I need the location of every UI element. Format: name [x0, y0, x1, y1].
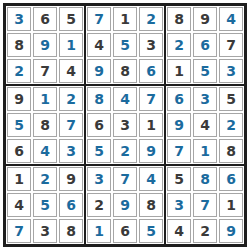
sudoku-cell-r9c9[interactable]: 9: [219, 219, 243, 243]
sudoku-cell-r2c3[interactable]: 1: [59, 33, 83, 57]
sudoku-cell-r1c7[interactable]: 8: [167, 7, 191, 31]
sudoku-cell-r1c4[interactable]: 7: [87, 7, 111, 31]
sudoku-cell-r4c1[interactable]: 9: [7, 87, 31, 111]
sudoku-cell-r7c7[interactable]: 5: [167, 167, 191, 191]
sudoku-cell-r5c7[interactable]: 9: [167, 113, 191, 137]
sudoku-cell-r1c6[interactable]: 2: [139, 7, 163, 31]
sudoku-cell-r3c8[interactable]: 5: [193, 59, 217, 83]
sudoku-cell-r1c8[interactable]: 9: [193, 7, 217, 31]
sudoku-cell-r9c7[interactable]: 4: [167, 219, 191, 243]
sudoku-cell-r2c6[interactable]: 3: [139, 33, 163, 57]
sudoku-cell-r7c1[interactable]: 1: [7, 167, 31, 191]
sudoku-cell-r9c3[interactable]: 8: [59, 219, 83, 243]
sudoku-cell-r8c3[interactable]: 6: [59, 193, 83, 217]
sudoku-cell-r7c6[interactable]: 4: [139, 167, 163, 191]
sudoku-cell-r6c2[interactable]: 4: [33, 139, 57, 163]
sudoku-cell-r2c9[interactable]: 7: [219, 33, 243, 57]
sudoku-cell-r9c1[interactable]: 7: [7, 219, 31, 243]
sudoku-cell-r1c1[interactable]: 3: [7, 7, 31, 31]
sudoku-cell-r7c9[interactable]: 6: [219, 167, 243, 191]
sudoku-cell-r1c9[interactable]: 4: [219, 7, 243, 31]
sudoku-board: 3658912747124539868942671539125876438476…: [3, 3, 247, 247]
sudoku-cell-r3c7[interactable]: 1: [167, 59, 191, 83]
sudoku-box-7: 129456738: [5, 165, 85, 245]
sudoku-cell-r3c2[interactable]: 7: [33, 59, 57, 83]
sudoku-cell-r4c7[interactable]: 6: [167, 87, 191, 111]
sudoku-box-9: 586371429: [165, 165, 245, 245]
sudoku-cell-r6c4[interactable]: 5: [87, 139, 111, 163]
sudoku-cell-r7c2[interactable]: 2: [33, 167, 57, 191]
sudoku-cell-r8c1[interactable]: 4: [7, 193, 31, 217]
sudoku-cell-r8c2[interactable]: 5: [33, 193, 57, 217]
sudoku-cell-r3c3[interactable]: 4: [59, 59, 83, 83]
sudoku-cell-r6c6[interactable]: 9: [139, 139, 163, 163]
sudoku-box-6: 635942718: [165, 85, 245, 165]
sudoku-cell-r6c5[interactable]: 2: [113, 139, 137, 163]
sudoku-cell-r3c5[interactable]: 8: [113, 59, 137, 83]
sudoku-cell-r2c4[interactable]: 4: [87, 33, 111, 57]
sudoku-cell-r9c4[interactable]: 1: [87, 219, 111, 243]
sudoku-cell-r7c8[interactable]: 8: [193, 167, 217, 191]
sudoku-cell-r2c7[interactable]: 2: [167, 33, 191, 57]
sudoku-cell-r3c1[interactable]: 2: [7, 59, 31, 83]
sudoku-cell-r5c2[interactable]: 8: [33, 113, 57, 137]
sudoku-cell-r8c6[interactable]: 8: [139, 193, 163, 217]
sudoku-cell-r5c4[interactable]: 6: [87, 113, 111, 137]
sudoku-cell-r2c5[interactable]: 5: [113, 33, 137, 57]
sudoku-cell-r4c9[interactable]: 5: [219, 87, 243, 111]
sudoku-cell-r5c5[interactable]: 3: [113, 113, 137, 137]
sudoku-cell-r2c8[interactable]: 6: [193, 33, 217, 57]
sudoku-cell-r9c6[interactable]: 5: [139, 219, 163, 243]
sudoku-cell-r9c8[interactable]: 2: [193, 219, 217, 243]
sudoku-cell-r2c2[interactable]: 9: [33, 33, 57, 57]
sudoku-cell-r6c8[interactable]: 1: [193, 139, 217, 163]
sudoku-cell-r9c5[interactable]: 6: [113, 219, 137, 243]
sudoku-cell-r2c1[interactable]: 8: [7, 33, 31, 57]
sudoku-cell-r8c4[interactable]: 2: [87, 193, 111, 217]
sudoku-cell-r5c3[interactable]: 7: [59, 113, 83, 137]
sudoku-cell-r4c4[interactable]: 8: [87, 87, 111, 111]
sudoku-cell-r8c9[interactable]: 1: [219, 193, 243, 217]
sudoku-cell-r7c5[interactable]: 7: [113, 167, 137, 191]
sudoku-cell-r4c8[interactable]: 3: [193, 87, 217, 111]
sudoku-cell-r8c7[interactable]: 3: [167, 193, 191, 217]
sudoku-box-8: 374298165: [85, 165, 165, 245]
sudoku-cell-r1c3[interactable]: 5: [59, 7, 83, 31]
sudoku-cell-r9c2[interactable]: 3: [33, 219, 57, 243]
sudoku-box-2: 712453986: [85, 5, 165, 85]
sudoku-cell-r5c8[interactable]: 4: [193, 113, 217, 137]
sudoku-cell-r3c4[interactable]: 9: [87, 59, 111, 83]
sudoku-cell-r4c6[interactable]: 7: [139, 87, 163, 111]
sudoku-cell-r4c5[interactable]: 4: [113, 87, 137, 111]
sudoku-cell-r7c4[interactable]: 3: [87, 167, 111, 191]
sudoku-cell-r6c3[interactable]: 3: [59, 139, 83, 163]
sudoku-cell-r4c2[interactable]: 1: [33, 87, 57, 111]
sudoku-cell-r5c6[interactable]: 1: [139, 113, 163, 137]
sudoku-cell-r5c1[interactable]: 5: [7, 113, 31, 137]
sudoku-cell-r8c5[interactable]: 9: [113, 193, 137, 217]
sudoku-cell-r1c2[interactable]: 6: [33, 7, 57, 31]
sudoku-cell-r3c6[interactable]: 6: [139, 59, 163, 83]
sudoku-cell-r4c3[interactable]: 2: [59, 87, 83, 111]
sudoku-cell-r3c9[interactable]: 3: [219, 59, 243, 83]
sudoku-cell-r1c5[interactable]: 1: [113, 7, 137, 31]
sudoku-box-3: 894267153: [165, 5, 245, 85]
sudoku-cell-r6c9[interactable]: 8: [219, 139, 243, 163]
sudoku-box-4: 912587643: [5, 85, 85, 165]
sudoku-cell-r7c3[interactable]: 9: [59, 167, 83, 191]
sudoku-cell-r6c1[interactable]: 6: [7, 139, 31, 163]
sudoku-cell-r6c7[interactable]: 7: [167, 139, 191, 163]
sudoku-cell-r8c8[interactable]: 7: [193, 193, 217, 217]
sudoku-box-1: 365891274: [5, 5, 85, 85]
sudoku-box-5: 847631529: [85, 85, 165, 165]
sudoku-cell-r5c9[interactable]: 2: [219, 113, 243, 137]
